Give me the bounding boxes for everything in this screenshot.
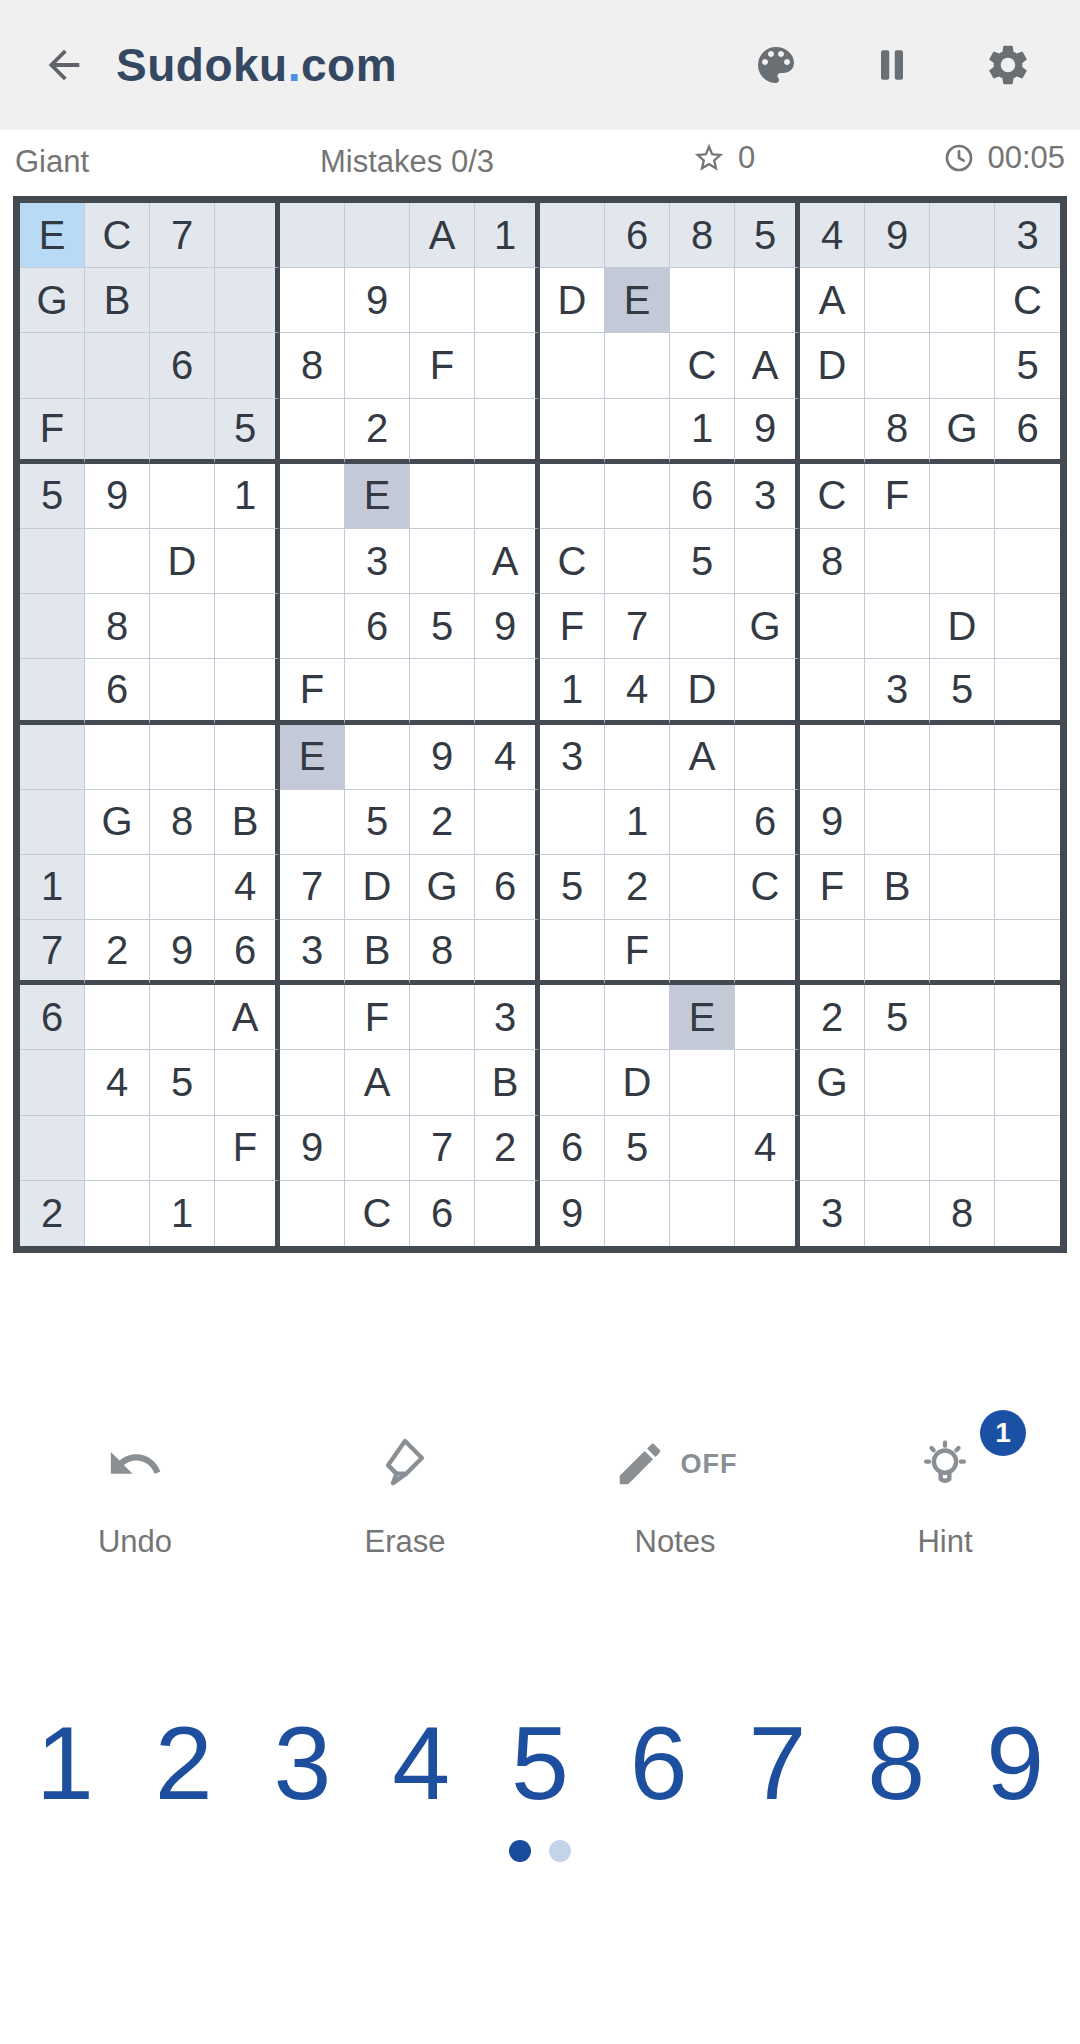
- cell-r1c4[interactable]: [215, 203, 280, 268]
- cell-r11c8[interactable]: 6: [475, 855, 540, 920]
- cell-r14c9[interactable]: [540, 1050, 605, 1115]
- cell-r15c15[interactable]: [930, 1116, 995, 1181]
- cell-r2c5[interactable]: [280, 268, 345, 333]
- cell-r6c13[interactable]: 8: [800, 529, 865, 594]
- cell-r15c16[interactable]: [995, 1116, 1060, 1181]
- notes-off-badge: OFF: [681, 1449, 738, 1480]
- cell-r9c13[interactable]: [800, 725, 865, 790]
- cell-r6c4[interactable]: [215, 529, 280, 594]
- cell-r8c1[interactable]: [20, 659, 85, 724]
- cell-r9c15[interactable]: [930, 725, 995, 790]
- cell-r12c15[interactable]: [930, 920, 995, 985]
- cell-r12c13[interactable]: [800, 920, 865, 985]
- cell-r9c6[interactable]: [345, 725, 410, 790]
- cell-r3c3[interactable]: 6: [150, 333, 215, 398]
- cell-r14c5[interactable]: [280, 1050, 345, 1115]
- cell-r13c8[interactable]: 3: [475, 985, 540, 1050]
- erase-label: Erase: [365, 1524, 446, 1560]
- cell-r10c13[interactable]: 9: [800, 790, 865, 855]
- cell-r14c3[interactable]: 5: [150, 1050, 215, 1115]
- cell-r3c1[interactable]: [20, 333, 85, 398]
- cell-r5c4[interactable]: 1: [215, 464, 280, 529]
- cell-r4c1[interactable]: F: [20, 399, 85, 464]
- cell-r12c5[interactable]: 3: [280, 920, 345, 985]
- cell-r8c2[interactable]: 6: [85, 659, 150, 724]
- cell-r5c7[interactable]: [410, 464, 475, 529]
- cell-r14c4[interactable]: [215, 1050, 280, 1115]
- cell-r10c11[interactable]: [670, 790, 735, 855]
- mistakes-label: Mistakes 0/3: [320, 144, 494, 180]
- cell-r8c7[interactable]: [410, 659, 475, 724]
- cell-r5c6[interactable]: E: [345, 464, 410, 529]
- cell-r13c9[interactable]: [540, 985, 605, 1050]
- cell-r16c12[interactable]: [735, 1181, 800, 1246]
- cell-r8c13[interactable]: [800, 659, 865, 724]
- cell-r16c6[interactable]: C: [345, 1181, 410, 1246]
- cell-r1c7[interactable]: A: [410, 203, 475, 268]
- cell-r6c1[interactable]: [20, 529, 85, 594]
- cell-r6c14[interactable]: [865, 529, 930, 594]
- cell-r5c12[interactable]: 3: [735, 464, 800, 529]
- cell-r2c12[interactable]: [735, 268, 800, 333]
- cell-r4c2[interactable]: [85, 399, 150, 464]
- cell-r7c3[interactable]: [150, 594, 215, 659]
- cell-r8c9[interactable]: 1: [540, 659, 605, 724]
- cell-r11c4[interactable]: 4: [215, 855, 280, 920]
- cell-r6c3[interactable]: D: [150, 529, 215, 594]
- cell-r16c4[interactable]: [215, 1181, 280, 1246]
- cell-r13c2[interactable]: [85, 985, 150, 1050]
- cell-r14c7[interactable]: [410, 1050, 475, 1115]
- sudoku-grid: EC7A1685493GB9DEAC68FCAD5F52198G6591E63C…: [13, 196, 1067, 1253]
- cell-r6c12[interactable]: [735, 529, 800, 594]
- cell-r14c10[interactable]: D: [605, 1050, 670, 1115]
- cell-r9c16[interactable]: [995, 725, 1060, 790]
- cell-r4c15[interactable]: G: [930, 399, 995, 464]
- cell-r10c15[interactable]: [930, 790, 995, 855]
- cell-r13c13[interactable]: 2: [800, 985, 865, 1050]
- cell-r4c6[interactable]: 2: [345, 399, 410, 464]
- cell-r8c11[interactable]: D: [670, 659, 735, 724]
- cell-r4c9[interactable]: [540, 399, 605, 464]
- undo-button[interactable]: Undo: [0, 1418, 270, 1598]
- theme-palette-button[interactable]: [750, 39, 802, 91]
- cell-r10c16[interactable]: [995, 790, 1060, 855]
- cell-r10c7[interactable]: 2: [410, 790, 475, 855]
- difficulty-label: Giant: [15, 144, 89, 180]
- cell-r11c2[interactable]: [85, 855, 150, 920]
- cell-r5c14[interactable]: F: [865, 464, 930, 529]
- numpad-9[interactable]: 9: [986, 1711, 1044, 1815]
- cell-r16c2[interactable]: [85, 1181, 150, 1246]
- cell-r16c1[interactable]: 2: [20, 1181, 85, 1246]
- cell-r13c10[interactable]: [605, 985, 670, 1050]
- cell-r9c1[interactable]: [20, 725, 85, 790]
- cell-r10c12[interactable]: 6: [735, 790, 800, 855]
- cell-r3c9[interactable]: [540, 333, 605, 398]
- numpad-6[interactable]: 6: [630, 1711, 688, 1815]
- cell-r11c3[interactable]: [150, 855, 215, 920]
- cell-r13c5[interactable]: [280, 985, 345, 1050]
- cell-r10c4[interactable]: B: [215, 790, 280, 855]
- cell-r5c16[interactable]: [995, 464, 1060, 529]
- cell-r16c5[interactable]: [280, 1181, 345, 1246]
- cell-r15c4[interactable]: F: [215, 1116, 280, 1181]
- game-toolbar: Undo Erase OFF Notes: [0, 1418, 1080, 1598]
- cell-r6c10[interactable]: [605, 529, 670, 594]
- cell-r8c10[interactable]: 4: [605, 659, 670, 724]
- cell-r8c8[interactable]: [475, 659, 540, 724]
- cell-r15c10[interactable]: 5: [605, 1116, 670, 1181]
- cell-r14c15[interactable]: [930, 1050, 995, 1115]
- cell-r13c12[interactable]: [735, 985, 800, 1050]
- cell-r4c12[interactable]: 9: [735, 399, 800, 464]
- cell-r12c3[interactable]: 9: [150, 920, 215, 985]
- cell-r4c5[interactable]: [280, 399, 345, 464]
- timer: 00:05: [943, 140, 1065, 176]
- cell-r15c9[interactable]: 6: [540, 1116, 605, 1181]
- cell-r12c14[interactable]: [865, 920, 930, 985]
- cell-r3c11[interactable]: C: [670, 333, 735, 398]
- cell-r7c6[interactable]: 6: [345, 594, 410, 659]
- cell-r16c7[interactable]: 6: [410, 1181, 475, 1246]
- cell-r2c1[interactable]: G: [20, 268, 85, 333]
- cell-r11c10[interactable]: 2: [605, 855, 670, 920]
- cell-r12c6[interactable]: B: [345, 920, 410, 985]
- cell-r15c13[interactable]: [800, 1116, 865, 1181]
- cell-r14c11[interactable]: [670, 1050, 735, 1115]
- cell-r11c11[interactable]: [670, 855, 735, 920]
- cell-r10c9[interactable]: [540, 790, 605, 855]
- erase-button[interactable]: Erase: [270, 1418, 540, 1598]
- cell-r4c16[interactable]: 6: [995, 399, 1060, 464]
- cell-r14c8[interactable]: B: [475, 1050, 540, 1115]
- cell-r12c8[interactable]: [475, 920, 540, 985]
- cell-r9c2[interactable]: [85, 725, 150, 790]
- cell-r10c6[interactable]: 5: [345, 790, 410, 855]
- numpad-pager: [0, 1840, 1080, 1862]
- cell-r16c8[interactable]: [475, 1181, 540, 1246]
- cell-r9c14[interactable]: [865, 725, 930, 790]
- cell-r9c10[interactable]: [605, 725, 670, 790]
- cell-r10c2[interactable]: G: [85, 790, 150, 855]
- score-value: 0: [738, 140, 755, 176]
- cell-r2c2[interactable]: B: [85, 268, 150, 333]
- cell-r16c3[interactable]: 1: [150, 1181, 215, 1246]
- cell-r5c3[interactable]: [150, 464, 215, 529]
- cell-r13c6[interactable]: F: [345, 985, 410, 1050]
- star-icon: [692, 141, 726, 175]
- cell-r12c10[interactable]: F: [605, 920, 670, 985]
- cell-r5c13[interactable]: C: [800, 464, 865, 529]
- cell-r11c14[interactable]: B: [865, 855, 930, 920]
- cell-r13c4[interactable]: A: [215, 985, 280, 1050]
- cell-r10c1[interactable]: [20, 790, 85, 855]
- cell-r6c11[interactable]: 5: [670, 529, 735, 594]
- cell-r11c1[interactable]: 1: [20, 855, 85, 920]
- cell-r5c2[interactable]: 9: [85, 464, 150, 529]
- cell-r9c9[interactable]: 3: [540, 725, 605, 790]
- cell-r4c8[interactable]: [475, 399, 540, 464]
- cell-r7c11[interactable]: [670, 594, 735, 659]
- cell-r9c5[interactable]: E: [280, 725, 345, 790]
- cell-r3c14[interactable]: [865, 333, 930, 398]
- numpad-2[interactable]: 2: [155, 1711, 213, 1815]
- cell-r16c9[interactable]: 9: [540, 1181, 605, 1246]
- cell-r2c14[interactable]: [865, 268, 930, 333]
- cell-r6c6[interactable]: 3: [345, 529, 410, 594]
- cell-r11c5[interactable]: 7: [280, 855, 345, 920]
- cell-r3c8[interactable]: [475, 333, 540, 398]
- cell-r2c9[interactable]: D: [540, 268, 605, 333]
- cell-r4c10[interactable]: [605, 399, 670, 464]
- clock-icon: [943, 142, 975, 174]
- cell-r14c12[interactable]: [735, 1050, 800, 1115]
- cell-r12c1[interactable]: 7: [20, 920, 85, 985]
- cell-r3c10[interactable]: [605, 333, 670, 398]
- cell-r4c3[interactable]: [150, 399, 215, 464]
- numpad-5[interactable]: 5: [511, 1711, 569, 1815]
- cell-r1c8[interactable]: 1: [475, 203, 540, 268]
- cell-r7c9[interactable]: F: [540, 594, 605, 659]
- cell-r6c2[interactable]: [85, 529, 150, 594]
- notes-label: Notes: [635, 1524, 716, 1560]
- gear-icon: [984, 41, 1032, 89]
- cell-r9c3[interactable]: [150, 725, 215, 790]
- hint-label: Hint: [917, 1524, 972, 1560]
- cell-r11c6[interactable]: D: [345, 855, 410, 920]
- cell-r14c16[interactable]: [995, 1050, 1060, 1115]
- cell-r2c4[interactable]: [215, 268, 280, 333]
- cell-r6c9[interactable]: C: [540, 529, 605, 594]
- back-button[interactable]: [38, 39, 90, 91]
- cell-r11c12[interactable]: C: [735, 855, 800, 920]
- cell-r14c6[interactable]: A: [345, 1050, 410, 1115]
- cell-r15c8[interactable]: 2: [475, 1116, 540, 1181]
- cell-r15c3[interactable]: [150, 1116, 215, 1181]
- cell-r1c2[interactable]: C: [85, 203, 150, 268]
- cell-r10c3[interactable]: 8: [150, 790, 215, 855]
- cell-r11c15[interactable]: [930, 855, 995, 920]
- cell-r2c11[interactable]: [670, 268, 735, 333]
- arrow-back-icon: [41, 42, 87, 88]
- cell-r11c13[interactable]: F: [800, 855, 865, 920]
- undo-icon: [106, 1435, 164, 1493]
- cell-r7c4[interactable]: [215, 594, 280, 659]
- pause-button[interactable]: [866, 39, 918, 91]
- cell-r16c14[interactable]: [865, 1181, 930, 1246]
- cell-r16c15[interactable]: 8: [930, 1181, 995, 1246]
- cell-r6c7[interactable]: [410, 529, 475, 594]
- cell-r12c4[interactable]: 6: [215, 920, 280, 985]
- undo-label: Undo: [98, 1524, 172, 1560]
- cell-r12c2[interactable]: 2: [85, 920, 150, 985]
- cell-r8c16[interactable]: [995, 659, 1060, 724]
- cell-r13c16[interactable]: [995, 985, 1060, 1050]
- hint-button[interactable]: 1 Hint: [810, 1418, 1080, 1598]
- cell-r5c8[interactable]: [475, 464, 540, 529]
- cell-r2c7[interactable]: [410, 268, 475, 333]
- cell-r3c16[interactable]: 5: [995, 333, 1060, 398]
- cell-r5c11[interactable]: 6: [670, 464, 735, 529]
- cell-r13c14[interactable]: 5: [865, 985, 930, 1050]
- numpad-3[interactable]: 3: [274, 1711, 332, 1815]
- cell-r6c16[interactable]: [995, 529, 1060, 594]
- cell-r15c11[interactable]: [670, 1116, 735, 1181]
- cell-r2c13[interactable]: A: [800, 268, 865, 333]
- score-indicator: 0: [692, 140, 755, 176]
- cell-r12c7[interactable]: 8: [410, 920, 475, 985]
- cell-r11c7[interactable]: G: [410, 855, 475, 920]
- cell-r16c11[interactable]: [670, 1181, 735, 1246]
- cell-r8c4[interactable]: [215, 659, 280, 724]
- cell-r13c3[interactable]: [150, 985, 215, 1050]
- cell-r3c15[interactable]: [930, 333, 995, 398]
- cell-r16c16[interactable]: [995, 1181, 1060, 1246]
- cell-r2c6[interactable]: 9: [345, 268, 410, 333]
- cell-r16c10[interactable]: [605, 1181, 670, 1246]
- cell-r8c5[interactable]: F: [280, 659, 345, 724]
- cell-r10c10[interactable]: 1: [605, 790, 670, 855]
- cell-r7c2[interactable]: 8: [85, 594, 150, 659]
- cell-r14c2[interactable]: 4: [85, 1050, 150, 1115]
- cell-r7c16[interactable]: [995, 594, 1060, 659]
- cell-r1c3[interactable]: 7: [150, 203, 215, 268]
- numpad-4[interactable]: 4: [392, 1711, 450, 1815]
- numpad-7[interactable]: 7: [749, 1711, 807, 1815]
- cell-r14c1[interactable]: [20, 1050, 85, 1115]
- cell-r12c11[interactable]: [670, 920, 735, 985]
- cell-r7c1[interactable]: [20, 594, 85, 659]
- cell-r8c15[interactable]: 5: [930, 659, 995, 724]
- cell-r2c3[interactable]: [150, 268, 215, 333]
- cell-r2c16[interactable]: C: [995, 268, 1060, 333]
- cell-r5c1[interactable]: 5: [20, 464, 85, 529]
- cell-r5c5[interactable]: [280, 464, 345, 529]
- timer-value: 00:05: [987, 140, 1065, 176]
- cell-r7c12[interactable]: G: [735, 594, 800, 659]
- cell-r4c14[interactable]: 8: [865, 399, 930, 464]
- cell-r13c1[interactable]: 6: [20, 985, 85, 1050]
- cell-r1c14[interactable]: 9: [865, 203, 930, 268]
- cell-r3c6[interactable]: [345, 333, 410, 398]
- numpad-1[interactable]: 1: [36, 1711, 94, 1815]
- cell-r15c1[interactable]: [20, 1116, 85, 1181]
- cell-r11c16[interactable]: [995, 855, 1060, 920]
- cell-r15c7[interactable]: 7: [410, 1116, 475, 1181]
- cell-r15c6[interactable]: [345, 1116, 410, 1181]
- cell-r16c13[interactable]: 3: [800, 1181, 865, 1246]
- cell-r9c4[interactable]: [215, 725, 280, 790]
- cell-r3c13[interactable]: D: [800, 333, 865, 398]
- cell-r3c2[interactable]: [85, 333, 150, 398]
- cell-r2c8[interactable]: [475, 268, 540, 333]
- cell-r1c6[interactable]: [345, 203, 410, 268]
- cell-r14c14[interactable]: [865, 1050, 930, 1115]
- cell-r8c6[interactable]: [345, 659, 410, 724]
- cell-r15c12[interactable]: 4: [735, 1116, 800, 1181]
- cell-r7c13[interactable]: [800, 594, 865, 659]
- pencil-icon: [613, 1437, 667, 1491]
- cell-r4c4[interactable]: 5: [215, 399, 280, 464]
- cell-r4c11[interactable]: 1: [670, 399, 735, 464]
- cell-r13c7[interactable]: [410, 985, 475, 1050]
- cell-r3c5[interactable]: 8: [280, 333, 345, 398]
- cell-r1c15[interactable]: [930, 203, 995, 268]
- numpad-8[interactable]: 8: [867, 1711, 925, 1815]
- cell-r9c7[interactable]: 9: [410, 725, 475, 790]
- cell-r1c1[interactable]: E: [20, 203, 85, 268]
- cell-r1c11[interactable]: 8: [670, 203, 735, 268]
- settings-button[interactable]: [982, 39, 1034, 91]
- cell-r7c5[interactable]: [280, 594, 345, 659]
- cell-r1c16[interactable]: 3: [995, 203, 1060, 268]
- cell-r7c7[interactable]: 5: [410, 594, 475, 659]
- cell-r1c5[interactable]: [280, 203, 345, 268]
- cell-r5c9[interactable]: [540, 464, 605, 529]
- cell-r15c2[interactable]: [85, 1116, 150, 1181]
- palette-icon: [752, 41, 800, 89]
- cell-r6c15[interactable]: [930, 529, 995, 594]
- cell-r13c11[interactable]: E: [670, 985, 735, 1050]
- cell-r5c15[interactable]: [930, 464, 995, 529]
- app-title: Sudoku.com: [116, 38, 397, 92]
- cell-r2c10[interactable]: E: [605, 268, 670, 333]
- cell-r3c7[interactable]: F: [410, 333, 475, 398]
- cell-r5c10[interactable]: [605, 464, 670, 529]
- cell-r8c3[interactable]: [150, 659, 215, 724]
- cell-r7c8[interactable]: 9: [475, 594, 540, 659]
- cell-r1c12[interactable]: 5: [735, 203, 800, 268]
- notes-button[interactable]: OFF Notes: [540, 1418, 810, 1598]
- cell-r12c16[interactable]: [995, 920, 1060, 985]
- pager-dot-1[interactable]: [509, 1840, 531, 1862]
- cell-r12c9[interactable]: [540, 920, 605, 985]
- cell-r9c11[interactable]: A: [670, 725, 735, 790]
- cell-r3c4[interactable]: [215, 333, 280, 398]
- cell-r10c14[interactable]: [865, 790, 930, 855]
- title-dot: .: [288, 39, 301, 91]
- cell-r11c9[interactable]: 5: [540, 855, 605, 920]
- cell-r1c9[interactable]: [540, 203, 605, 268]
- cell-r12c12[interactable]: [735, 920, 800, 985]
- cell-r7c15[interactable]: D: [930, 594, 995, 659]
- cell-r4c7[interactable]: [410, 399, 475, 464]
- pager-dot-2[interactable]: [549, 1840, 571, 1862]
- cell-r3c12[interactable]: A: [735, 333, 800, 398]
- cell-r13c15[interactable]: [930, 985, 995, 1050]
- cell-r1c13[interactable]: 4: [800, 203, 865, 268]
- cell-r14c13[interactable]: G: [800, 1050, 865, 1115]
- cell-r15c14[interactable]: [865, 1116, 930, 1181]
- cell-r8c14[interactable]: 3: [865, 659, 930, 724]
- cell-r10c5[interactable]: [280, 790, 345, 855]
- cell-r6c5[interactable]: [280, 529, 345, 594]
- cell-r15c5[interactable]: 9: [280, 1116, 345, 1181]
- cell-r6c8[interactable]: A: [475, 529, 540, 594]
- cell-r10c8[interactable]: [475, 790, 540, 855]
- cell-r7c14[interactable]: [865, 594, 930, 659]
- cell-r9c12[interactable]: [735, 725, 800, 790]
- cell-r2c15[interactable]: [930, 268, 995, 333]
- cell-r7c10[interactable]: 7: [605, 594, 670, 659]
- cell-r9c8[interactable]: 4: [475, 725, 540, 790]
- cell-r4c13[interactable]: [800, 399, 865, 464]
- cell-r1c10[interactable]: 6: [605, 203, 670, 268]
- cell-r8c12[interactable]: [735, 659, 800, 724]
- app-header: Sudoku.com: [0, 0, 1080, 130]
- lightbulb-icon: [916, 1435, 974, 1493]
